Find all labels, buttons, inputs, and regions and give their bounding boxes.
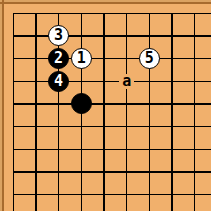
stone-white-move-3[interactable]: 3 [48, 25, 69, 46]
stone-move-number: 2 [54, 51, 63, 66]
grid-line-vertical-1 [13, 13, 14, 211]
grid-line-vertical-7 [149, 13, 150, 211]
point-label-a[interactable]: a [119, 74, 134, 89]
grid-line-horizontal-3 [13, 58, 211, 59]
grid-line-horizontal-1 [13, 13, 211, 14]
grid-line-vertical-9 [194, 13, 195, 211]
grid-line-horizontal-7 [13, 149, 211, 150]
grid-line-horizontal-2 [13, 35, 211, 36]
stone-white-move-5[interactable]: 5 [139, 48, 160, 69]
board-frame-left-edge [2, 0, 4, 211]
stone-black-move-2[interactable]: 2 [48, 48, 69, 69]
stone-black-move-4[interactable]: 4 [48, 71, 69, 92]
board-frame-top-edge [0, 2, 211, 4]
stone-move-number: 5 [145, 51, 154, 66]
grid-line-horizontal-9 [13, 194, 211, 195]
grid-line-horizontal-5 [13, 103, 211, 104]
grid-line-vertical-8 [171, 13, 172, 211]
stone-white-move-1[interactable]: 1 [71, 48, 92, 69]
grid-line-horizontal-4 [13, 81, 211, 82]
grid-line-vertical-6 [126, 13, 127, 211]
grid-line-horizontal-6 [13, 126, 211, 127]
go-board-diagram: a12345 [0, 0, 211, 211]
stone-move-number: 4 [54, 74, 63, 89]
stone-move-number: 1 [77, 51, 86, 66]
grid-line-vertical-2 [35, 13, 36, 211]
grid-line-vertical-5 [103, 13, 104, 211]
grid-line-horizontal-8 [13, 171, 211, 172]
stone-move-number: 3 [54, 28, 63, 43]
stone-black-unlabeled[interactable] [71, 93, 92, 114]
